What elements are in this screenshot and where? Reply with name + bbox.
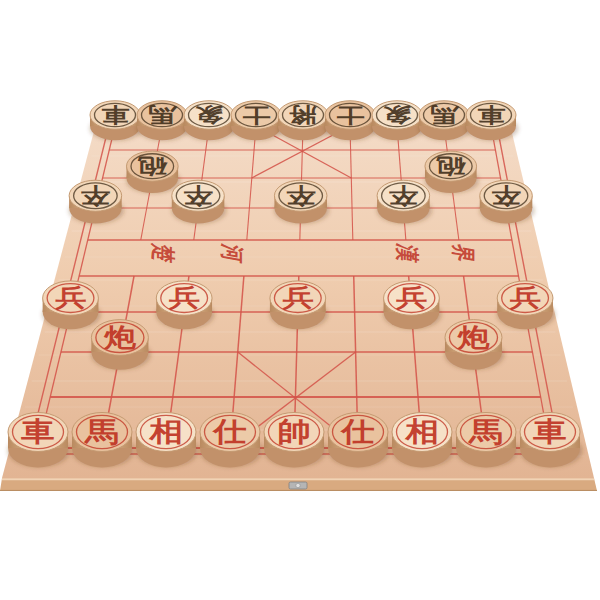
piece-red-soldier: 兵 — [156, 281, 215, 329]
piece-character: 卒 — [183, 183, 212, 208]
piece-character: 兵 — [282, 284, 313, 313]
piece-red-general: 帥 — [264, 413, 327, 468]
piece-black-elephant: 象 — [184, 101, 237, 141]
piece-red-elephant: 相 — [392, 413, 455, 468]
river-character: 漢 — [393, 243, 421, 264]
xiangqi-board: 楚河漢界車馬象士將士象馬車砲砲卒卒卒卒卒兵兵兵兵兵炮炮車馬相仕帥仕相馬車 — [0, 0, 600, 600]
piece-character: 士 — [336, 103, 365, 127]
piece-character: 仕 — [212, 416, 247, 447]
piece-character: 兵 — [169, 284, 200, 313]
piece-character: 帥 — [277, 416, 311, 447]
piece-black-chariot: 車 — [90, 101, 143, 141]
river-character: 界 — [449, 243, 477, 261]
piece-character: 相 — [148, 416, 183, 447]
piece-character: 象 — [194, 103, 224, 127]
piece-black-cannon: 砲 — [126, 151, 180, 193]
piece-character: 卒 — [81, 183, 110, 208]
piece-black-soldier: 卒 — [274, 180, 329, 223]
piece-black-elephant: 象 — [372, 101, 425, 141]
piece-black-soldier: 卒 — [377, 180, 432, 223]
piece-red-soldier: 兵 — [383, 281, 442, 329]
piece-character: 車 — [477, 103, 506, 127]
piece-character: 車 — [20, 416, 55, 447]
piece-black-cannon: 砲 — [425, 151, 479, 193]
piece-red-horse: 馬 — [456, 413, 519, 468]
piece-character: 仕 — [340, 416, 375, 447]
piece-character: 炮 — [102, 323, 136, 353]
piece-character: 兵 — [509, 284, 540, 313]
piece-red-cannon: 炮 — [445, 320, 505, 370]
piece-black-advisor: 士 — [231, 101, 284, 141]
piece-character: 車 — [532, 416, 567, 447]
product-photo: 楚河漢界車馬象士將士象馬車砲砲卒卒卒卒卒兵兵兵兵兵炮炮車馬相仕帥仕相馬車 — [0, 0, 600, 600]
piece-red-chariot: 車 — [8, 413, 71, 468]
piece-character: 卒 — [286, 183, 315, 208]
piece-character: 砲 — [436, 154, 467, 179]
piece-character: 馬 — [83, 416, 119, 447]
piece-character: 卒 — [491, 183, 520, 208]
piece-character: 馬 — [430, 103, 459, 127]
metal-clasp — [289, 482, 307, 489]
piece-character: 象 — [382, 103, 412, 127]
piece-character: 馬 — [467, 416, 503, 447]
piece-character: 士 — [242, 103, 271, 127]
piece-red-soldier: 兵 — [270, 281, 329, 329]
piece-red-cannon: 炮 — [91, 320, 151, 370]
piece-black-general: 將 — [278, 101, 331, 141]
piece-red-elephant: 相 — [136, 413, 199, 468]
piece-character: 相 — [404, 416, 439, 447]
piece-black-advisor: 士 — [325, 101, 378, 141]
piece-character: 兵 — [396, 284, 427, 313]
piece-character: 馬 — [148, 103, 177, 127]
piece-red-horse: 馬 — [72, 413, 135, 468]
piece-black-horse: 馬 — [419, 101, 472, 141]
piece-character: 卒 — [389, 183, 418, 208]
piece-character: 炮 — [455, 323, 489, 353]
piece-black-horse: 馬 — [137, 101, 190, 141]
piece-red-chariot: 車 — [520, 413, 583, 468]
piece-character: 兵 — [55, 284, 86, 313]
piece-red-soldier: 兵 — [42, 281, 101, 329]
piece-black-soldier: 卒 — [69, 180, 124, 223]
piece-red-soldier: 兵 — [497, 281, 556, 329]
piece-character: 車 — [101, 103, 130, 127]
piece-character: 將 — [289, 103, 318, 127]
piece-black-chariot: 車 — [466, 101, 519, 141]
piece-black-soldier: 卒 — [479, 180, 534, 223]
piece-red-advisor: 仕 — [200, 413, 263, 468]
piece-black-soldier: 卒 — [171, 180, 226, 223]
piece-character: 砲 — [137, 154, 168, 179]
piece-red-advisor: 仕 — [328, 413, 391, 468]
